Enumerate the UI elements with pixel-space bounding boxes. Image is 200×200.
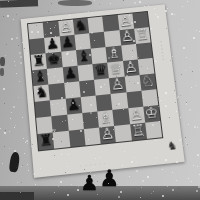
shadow-patch [0, 0, 38, 8]
square [145, 121, 162, 139]
chess-piece-bN: ♞ [74, 18, 89, 34]
shadow-patch [58, 0, 92, 6]
chess-piece-bP: ♟ [45, 36, 60, 52]
square: ♙ [109, 77, 126, 94]
chess-piece-wP: ♙ [110, 76, 125, 92]
square [141, 89, 158, 106]
shadow-patch [0, 57, 5, 66]
chess-piece-bB: ♝ [77, 48, 92, 64]
chess-piece-wB: ♗ [98, 110, 113, 126]
square [121, 44, 138, 61]
chess-piece-wR: ♖ [130, 122, 145, 139]
square [50, 99, 67, 117]
chess-piece-wP: ♙ [59, 19, 74, 35]
board-brand-knight-logo: ♞ [164, 138, 180, 156]
square: ♜ [38, 132, 55, 150]
chess-piece-wP: ♙ [100, 126, 115, 143]
chess-piece-wB: ♗ [107, 45, 122, 61]
chess-piece-bP: ♟ [66, 97, 81, 113]
square [77, 64, 94, 81]
square: ♟ [65, 97, 82, 115]
board-grid: ♙♞♙♟♟♙♖♜♚♝♗♝♟♛♕♙♞♙♘♟♗♙♔♜♙♖ [28, 12, 162, 150]
captured-black-pawn: ♟ [80, 173, 99, 194]
chess-piece-bR: ♜ [32, 53, 47, 69]
square [89, 32, 106, 49]
square [88, 17, 105, 34]
square: ♝ [76, 49, 93, 66]
square: ♙ [119, 29, 136, 46]
square [74, 33, 91, 50]
square [51, 115, 68, 133]
square [80, 96, 97, 114]
square [132, 12, 149, 29]
chess-piece-bR: ♜ [38, 132, 53, 149]
captured-black-pawn: ♟ [99, 167, 120, 190]
square: ♔ [143, 105, 160, 123]
square: ♚ [46, 52, 63, 69]
chess-board: ♙♞♙♟♟♙♖♜♚♝♗♝♟♛♕♙♞♙♘♟♗♙♔♜♙♖ ······ ······… [21, 4, 185, 177]
square: ♝ [32, 69, 49, 86]
square [64, 81, 81, 98]
captured-piece-partial [9, 151, 21, 172]
table-edge-shadow [0, 192, 34, 200]
chess-piece-bP: ♟ [63, 65, 78, 81]
square [126, 91, 143, 108]
square [35, 100, 52, 118]
chess-piece-wP: ♙ [120, 28, 135, 44]
square [53, 131, 70, 149]
square: ♛ [92, 63, 109, 80]
square: ♖ [134, 27, 151, 44]
chess-piece-wR: ♖ [135, 27, 150, 43]
square [68, 129, 85, 147]
chess-piece-bP: ♟ [60, 35, 75, 51]
square [113, 108, 130, 126]
square: ♜ [31, 53, 47, 70]
square: ♙ [99, 126, 116, 144]
chess-piece-bB: ♝ [33, 69, 48, 85]
square: ♙ [117, 13, 134, 30]
square [91, 47, 108, 64]
square [49, 83, 66, 100]
square [138, 58, 155, 75]
square: ♞ [73, 18, 89, 35]
square: ♟ [44, 36, 60, 53]
square: ♖ [130, 123, 147, 141]
square [84, 128, 101, 146]
square: ♙ [58, 20, 74, 37]
shadow-patch [0, 68, 4, 76]
square: ♞ [33, 85, 50, 102]
chess-piece-bN: ♞ [34, 84, 49, 100]
square [124, 75, 141, 92]
square [29, 38, 45, 55]
square: ♙ [128, 107, 145, 125]
square [96, 94, 113, 112]
square [94, 78, 111, 95]
square [82, 111, 99, 129]
square [102, 15, 119, 32]
board-edge-markings: ······ [158, 41, 166, 62]
square [67, 113, 84, 131]
chess-piece-wK: ♔ [144, 105, 159, 121]
square [47, 67, 64, 84]
square: ♟ [59, 35, 75, 52]
square [36, 116, 53, 134]
square: ♟ [62, 66, 79, 83]
chess-piece-wP: ♙ [118, 13, 133, 29]
square [111, 92, 128, 109]
square [114, 124, 131, 142]
square: ♕ [107, 61, 124, 78]
square [43, 21, 59, 38]
chess-piece-wN: ♘ [140, 73, 155, 89]
square: ♘ [139, 73, 156, 90]
chess-piece-bQ: ♛ [93, 62, 108, 78]
square [136, 42, 153, 59]
square: ♙ [122, 59, 139, 76]
square [61, 50, 78, 67]
chess-piece-wQ: ♕ [108, 61, 123, 77]
chess-piece-wP: ♙ [123, 59, 138, 75]
square [104, 30, 121, 47]
square: ♗ [106, 46, 123, 63]
square [79, 80, 96, 97]
square [28, 23, 44, 40]
photo-frame: ♙♞♙♟♟♙♖♜♚♝♗♝♟♛♕♙♞♙♘♟♗♙♔♜♙♖ ······ ······… [0, 0, 200, 200]
square: ♗ [97, 110, 114, 128]
chess-piece-wP: ♙ [129, 106, 144, 122]
chess-piece-bK: ♚ [47, 51, 62, 67]
